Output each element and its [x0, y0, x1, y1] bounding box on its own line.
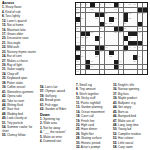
cell-number: 32 — [90, 32, 92, 34]
grid-cell[interactable]: 62 — [76, 70, 80, 74]
clue-number: 11. — [76, 101, 80, 105]
grid-cell[interactable] — [109, 27, 113, 31]
grid-cell[interactable] — [95, 27, 99, 31]
cell-number: 49 — [114, 51, 116, 53]
grid-cell[interactable]: 2 — [81, 3, 85, 7]
grid-cell[interactable] — [109, 32, 113, 36]
grid-cell[interactable] — [124, 41, 128, 45]
grid-cell[interactable]: 19 — [143, 13, 147, 17]
clue-number: 44. — [113, 105, 117, 109]
clue-number: 20. — [2, 36, 6, 40]
grid-cell[interactable] — [124, 8, 128, 12]
grid-cell[interactable]: 32 — [90, 32, 94, 36]
grid-cell[interactable]: 37 — [81, 36, 85, 40]
grid-cell[interactable]: 15 — [76, 13, 80, 17]
cell-number: 50 — [124, 51, 126, 53]
grid-cell[interactable] — [81, 60, 85, 64]
clue-number: 29. — [2, 63, 6, 67]
clue-number: 9. — [76, 92, 79, 96]
clue-number: 18. — [76, 114, 80, 118]
grid-cell[interactable] — [86, 41, 90, 45]
grid-cell[interactable] — [138, 70, 142, 74]
grid-cell[interactable] — [86, 70, 90, 74]
grid-cell[interactable]: 42 — [81, 46, 85, 50]
grid-cell[interactable]: 54 — [138, 55, 142, 59]
grid-cell[interactable] — [119, 70, 123, 74]
clue-number: 16. — [2, 28, 6, 32]
grid-cell[interactable] — [86, 17, 90, 21]
grid-cell[interactable] — [119, 46, 123, 50]
clue-number: 40. — [113, 101, 117, 105]
clue-number: 4. — [2, 10, 5, 14]
grid-cell[interactable]: 30 — [124, 27, 128, 31]
clue-number: 41. — [2, 90, 6, 94]
grid-cell[interactable] — [133, 36, 137, 40]
grid-cell[interactable] — [95, 41, 99, 45]
cell-number: 21 — [95, 17, 97, 19]
down-clues-col1: 7. Small rug8. Tiny amount9. Stitch toge… — [76, 84, 110, 150]
clue-number: 52. — [113, 132, 117, 136]
clue-number: 12. — [2, 19, 6, 23]
grid-cell-black — [143, 8, 147, 12]
grid-cell[interactable] — [138, 3, 142, 7]
grid-cell[interactable] — [81, 65, 85, 69]
clue-number: 48. — [2, 112, 6, 116]
grid-cell[interactable] — [100, 70, 104, 74]
grid-cell[interactable]: 61 — [119, 65, 123, 69]
grid-cell[interactable] — [119, 51, 123, 55]
grid-cell[interactable]: 26 — [109, 22, 113, 26]
clue-number: 59. — [40, 94, 44, 98]
grid-cell[interactable]: 12 — [76, 8, 80, 12]
clue-number: 23. — [76, 123, 80, 127]
grid-cell[interactable] — [114, 41, 118, 45]
grid-cell-black — [95, 51, 99, 55]
grid-cell[interactable] — [128, 27, 132, 31]
grid-cell[interactable]: 35 — [138, 32, 142, 36]
cell-number: 56 — [90, 60, 92, 62]
grid-cell[interactable]: 40 — [128, 36, 132, 40]
grid-cell[interactable] — [109, 36, 113, 40]
grid-cell[interactable] — [133, 27, 137, 31]
clue-number: 5. — [40, 135, 43, 139]
clue-number: 3. — [40, 126, 43, 130]
grid-cell-black — [124, 13, 128, 17]
grid-cell-black — [124, 36, 128, 40]
grid-cell-black — [90, 3, 94, 7]
grid-cell[interactable] — [138, 60, 142, 64]
grid-cell[interactable] — [100, 41, 104, 45]
grid-cell[interactable] — [138, 36, 142, 40]
grid-cell[interactable] — [81, 27, 85, 31]
crossword-grid[interactable]: 1234567891011121314151617181920212223242… — [75, 2, 148, 75]
grid-cell[interactable]: 22 — [114, 17, 118, 21]
grid-cell[interactable] — [138, 51, 142, 55]
grid-cell[interactable] — [95, 32, 99, 36]
clue-number: 50. — [113, 127, 117, 131]
grid-cell-black — [138, 22, 142, 26]
grid-cell[interactable]: 25 — [105, 22, 109, 26]
grid-cell[interactable] — [100, 55, 104, 59]
grid-cell[interactable] — [76, 32, 80, 36]
grid-cell[interactable] — [81, 41, 85, 45]
grid-cell[interactable] — [90, 13, 94, 17]
cell-number: 11 — [133, 3, 135, 5]
grid-cell[interactable] — [138, 17, 142, 21]
cell-number: 16 — [105, 13, 107, 15]
cell-number: 14 — [114, 8, 116, 10]
cell-number: 22 — [114, 17, 116, 19]
grid-cell[interactable] — [81, 22, 85, 26]
grid-cell[interactable] — [128, 22, 132, 26]
cell-number: 2 — [81, 3, 82, 5]
grid-cell[interactable] — [90, 70, 94, 74]
grid-cell[interactable] — [143, 3, 147, 7]
grid-cell[interactable]: 41 — [76, 41, 80, 45]
cell-number: 5 — [100, 3, 101, 5]
grid-cell[interactable]: 18 — [138, 13, 142, 17]
grid-cell[interactable] — [90, 27, 94, 31]
grid-cell[interactable]: 13 — [90, 8, 94, 12]
clue-number: 22. — [2, 45, 6, 49]
grid-cell[interactable] — [133, 51, 137, 55]
grid-cell[interactable] — [95, 22, 99, 26]
grid-cell-black — [100, 46, 104, 50]
grid-cell[interactable] — [128, 60, 132, 64]
clue-number: 31. — [2, 67, 6, 71]
cell-number: 59 — [76, 65, 78, 67]
grid-cell[interactable] — [105, 55, 109, 59]
grid-cell[interactable] — [119, 13, 123, 17]
grid-cell[interactable]: 51 — [81, 55, 85, 59]
grid-cell[interactable] — [90, 46, 94, 50]
grid-cell[interactable]: 1 — [76, 3, 80, 7]
grid-cell[interactable] — [81, 70, 85, 74]
clue-number: 47. — [113, 119, 117, 123]
grid-cell[interactable] — [95, 65, 99, 69]
grid-cell[interactable]: 23 — [128, 17, 132, 21]
clue-number: 39. — [2, 85, 6, 89]
grid-cell[interactable]: 43 — [105, 46, 109, 50]
clue-number: 2. — [40, 121, 43, 125]
grid-cell[interactable] — [86, 51, 90, 55]
grid-cell[interactable] — [109, 41, 113, 45]
grid-cell[interactable] — [114, 22, 118, 26]
grid-cell[interactable] — [143, 55, 147, 59]
grid-cell[interactable]: 6 — [105, 3, 109, 7]
grid-cell[interactable]: 50 — [124, 51, 128, 55]
grid-cell[interactable] — [143, 17, 147, 21]
grid-cell[interactable] — [133, 65, 137, 69]
grid-cell[interactable]: 57 — [119, 60, 123, 64]
clue-number: 37. — [113, 92, 117, 96]
cell-number: 7 — [110, 3, 111, 5]
grid-cell-black — [95, 36, 99, 40]
cell-number: 60 — [90, 65, 92, 67]
cell-number: 10 — [129, 3, 131, 5]
clue-number: 26. — [76, 132, 80, 136]
grid-cell[interactable] — [109, 70, 113, 74]
grid-cell[interactable] — [86, 46, 90, 50]
grid-cell[interactable] — [100, 65, 104, 69]
grid-cell-black — [86, 60, 90, 64]
grid-cell-black — [128, 41, 132, 45]
grid-cell[interactable] — [114, 55, 118, 59]
grid-cell[interactable] — [143, 41, 147, 45]
grid-cell[interactable] — [90, 51, 94, 55]
cell-number: 58 — [133, 60, 135, 62]
grid-cell[interactable]: 24 — [76, 22, 80, 26]
grid-cell[interactable] — [86, 13, 90, 17]
cell-number: 40 — [129, 36, 131, 38]
grid-cell[interactable]: 29 — [100, 27, 104, 31]
cell-number: 3 — [86, 3, 87, 5]
clue-number: 39. — [113, 96, 117, 100]
grid-cell[interactable] — [81, 13, 85, 17]
grid-cell[interactable] — [105, 70, 109, 74]
grid-cell[interactable]: 58 — [133, 60, 137, 64]
clue-number: 14. — [76, 110, 80, 114]
clue-number: 44. — [2, 103, 6, 107]
grid-cell[interactable] — [143, 51, 147, 55]
grid-cell[interactable] — [109, 46, 113, 50]
grid-cell[interactable] — [143, 22, 147, 26]
grid-cell[interactable] — [143, 70, 147, 74]
grid-cell[interactable] — [109, 65, 113, 69]
grid-cell-black — [86, 32, 90, 36]
clue-number: 36. — [113, 87, 117, 91]
grid-cell[interactable]: 39 — [100, 36, 104, 40]
grid-cell[interactable]: 3 — [86, 3, 90, 7]
grid-cell[interactable] — [81, 8, 85, 12]
grid-cell-black — [133, 32, 137, 36]
grid-cell[interactable] — [105, 17, 109, 21]
clue-number: 6. — [40, 139, 43, 143]
crossword-puzzle-page: { "game": "crossword", "position": { "ro… — [0, 0, 150, 150]
grid-cell[interactable] — [119, 8, 123, 12]
grid-cell[interactable] — [100, 60, 104, 64]
clue-number: 4. — [40, 130, 43, 134]
grid-cell[interactable] — [90, 17, 94, 21]
grid-cell-black — [124, 17, 128, 21]
grid-cell-black — [133, 55, 137, 59]
grid-cell[interactable] — [86, 55, 90, 59]
cell-number: 55 — [76, 60, 78, 62]
grid-cell[interactable] — [143, 65, 147, 69]
cell-number: 39 — [100, 36, 102, 38]
grid-cell[interactable] — [128, 55, 132, 59]
across-clues-mid: 56. Lion's lair57. Olympic award59. Golf… — [40, 86, 73, 112]
grid-cell[interactable]: 47 — [76, 51, 80, 55]
grid-cell[interactable] — [143, 60, 147, 64]
grid-cell[interactable]: 16 — [105, 13, 109, 17]
cell-number: 17 — [129, 13, 131, 15]
grid-cell[interactable]: 38 — [86, 36, 90, 40]
grid-cell-black — [81, 32, 85, 36]
grid-cell[interactable]: 60 — [90, 65, 94, 69]
grid-cell-black — [76, 17, 80, 21]
grid-cell[interactable]: 5 — [100, 3, 104, 7]
grid-cell[interactable] — [90, 36, 94, 40]
grid-cell[interactable] — [133, 17, 137, 21]
cell-number: 9 — [124, 3, 125, 5]
grid-cell[interactable] — [143, 27, 147, 31]
grid-cell-black — [114, 65, 118, 69]
grid-cell[interactable]: 45 — [133, 46, 137, 50]
grid-cell[interactable] — [119, 55, 123, 59]
grid-cell[interactable] — [100, 17, 104, 21]
grid-cell[interactable] — [109, 13, 113, 17]
grid-cell[interactable]: 11 — [133, 3, 137, 7]
grid-cell[interactable]: 44 — [128, 46, 132, 50]
cell-number: 48 — [100, 51, 102, 53]
grid-cell[interactable]: 9 — [124, 3, 128, 7]
grid-cell[interactable]: 28 — [76, 27, 80, 31]
grid-cell[interactable] — [105, 41, 109, 45]
cell-number: 8 — [119, 3, 120, 5]
grid-cell[interactable] — [114, 70, 118, 74]
grid-cell[interactable]: 10 — [128, 3, 132, 7]
grid-cell[interactable] — [128, 8, 132, 12]
grid-cell[interactable] — [90, 22, 94, 26]
clue-number: 34. — [2, 72, 6, 76]
clue-number: 53. — [113, 136, 117, 140]
grid-cell[interactable] — [128, 65, 132, 69]
grid-cell-black — [128, 32, 132, 36]
grid-cell[interactable] — [128, 51, 132, 55]
clue-number: 1. — [40, 117, 43, 121]
clue-item: 32. Actor's prompt — [76, 146, 110, 150]
grid-cell[interactable] — [124, 55, 128, 59]
grid-cell[interactable]: 53 — [109, 55, 113, 59]
grid-cell[interactable] — [143, 36, 147, 40]
clue-item: 55. Clumsy fellow — [2, 134, 38, 138]
grid-cell[interactable] — [114, 36, 118, 40]
grid-cell[interactable]: 36 — [76, 36, 80, 40]
grid-cell[interactable] — [114, 46, 118, 50]
cell-number: 61 — [119, 65, 121, 67]
cell-number: 26 — [110, 22, 112, 24]
grid-cell-black — [138, 8, 142, 12]
grid-cell[interactable] — [95, 60, 99, 64]
clue-number: 21. — [2, 41, 6, 45]
grid-cell[interactable] — [119, 41, 123, 45]
grid-cell[interactable] — [119, 36, 123, 40]
grid-cell[interactable]: 27 — [124, 22, 128, 26]
grid-cell-black — [76, 46, 80, 50]
grid-cell[interactable] — [138, 65, 142, 69]
grid-cell[interactable] — [109, 60, 113, 64]
grid-cell[interactable] — [119, 17, 123, 21]
grid-cell[interactable]: 7 — [109, 3, 113, 7]
grid-cell[interactable] — [105, 51, 109, 55]
clue-number: 38. — [2, 81, 6, 85]
grid-cell[interactable]: 46 — [138, 46, 142, 50]
grid-cell[interactable] — [124, 70, 128, 74]
grid-cell[interactable] — [90, 41, 94, 45]
grid-cell[interactable] — [128, 70, 132, 74]
grid-cell[interactable]: 59 — [76, 65, 80, 69]
grid-cell[interactable] — [86, 27, 90, 31]
grid-cell[interactable] — [105, 60, 109, 64]
grid-cell[interactable] — [133, 13, 137, 17]
grid-cell[interactable] — [90, 55, 94, 59]
grid-cell[interactable] — [105, 8, 109, 12]
grid-cell-black — [76, 55, 80, 59]
cell-number: 25 — [105, 22, 107, 24]
grid-cell[interactable]: 4 — [95, 3, 99, 7]
grid-cell[interactable] — [133, 70, 137, 74]
cell-number: 1 — [76, 3, 77, 5]
grid-cell[interactable]: 48 — [100, 51, 104, 55]
grid-cell-black — [95, 13, 99, 17]
grid-cell[interactable] — [105, 65, 109, 69]
grid-cell[interactable] — [133, 22, 137, 26]
grid-cell-black — [86, 65, 90, 69]
grid-cell[interactable]: 52 — [95, 55, 99, 59]
grid-cell[interactable]: 8 — [119, 3, 123, 7]
grid-cell-black — [100, 13, 104, 17]
grid-cell[interactable] — [86, 8, 90, 12]
grid-cell[interactable] — [100, 32, 104, 36]
grid-cell[interactable] — [124, 32, 128, 36]
clue-item: 62. Garden of Eden — [40, 108, 73, 112]
clue-number: 1. — [2, 5, 5, 9]
grid-cell[interactable] — [105, 27, 109, 31]
grid-cell[interactable]: 49 — [114, 51, 118, 55]
grid-cell[interactable] — [95, 8, 99, 12]
grid-cell[interactable] — [105, 32, 109, 36]
grid-cell[interactable]: 17 — [128, 13, 132, 17]
across-clues-left-column: Across 1. Sharp flavor4. Kind of cab8. T… — [2, 1, 38, 139]
cell-number: 24 — [76, 22, 78, 24]
grid-cell[interactable] — [133, 8, 137, 12]
grid-cell[interactable]: 55 — [76, 60, 80, 64]
grid-cell[interactable] — [95, 70, 99, 74]
grid-cell[interactable] — [143, 32, 147, 36]
across-clues-left: 1. Sharp flavor4. Kind of cab8. Toss lig… — [2, 6, 38, 138]
grid-cell[interactable] — [109, 8, 113, 12]
clue-number: 55. — [113, 141, 117, 145]
grid-cell[interactable]: 20 — [81, 17, 85, 21]
grid-cell[interactable]: 56 — [90, 60, 94, 64]
grid-cell[interactable] — [124, 60, 128, 64]
cell-number: 4 — [95, 3, 96, 5]
grid-cell[interactable]: 34 — [119, 32, 123, 36]
cell-number: 33 — [114, 32, 116, 34]
grid-cell[interactable] — [105, 36, 109, 40]
cell-number: 53 — [110, 55, 112, 57]
grid-cell[interactable] — [143, 46, 147, 50]
grid-cell[interactable]: 33 — [114, 32, 118, 36]
grid-cell[interactable] — [124, 65, 128, 69]
grid-cell-black — [95, 46, 99, 50]
grid-cell[interactable] — [114, 13, 118, 17]
grid-cell-black — [109, 17, 113, 21]
grid-cell[interactable] — [81, 51, 85, 55]
grid-cell[interactable]: 21 — [95, 17, 99, 21]
grid-cell[interactable] — [86, 22, 90, 26]
clue-number: 10. — [76, 96, 80, 100]
cell-number: 19 — [143, 13, 145, 15]
grid-cell[interactable] — [100, 8, 104, 12]
grid-cell[interactable]: 14 — [114, 8, 118, 12]
clue-number: 58. — [113, 145, 117, 149]
grid-cell-black — [124, 46, 128, 50]
clue-number: 35. — [2, 76, 6, 80]
grid-cell[interactable] — [119, 22, 123, 26]
grid-cell[interactable]: 31 — [138, 27, 142, 31]
